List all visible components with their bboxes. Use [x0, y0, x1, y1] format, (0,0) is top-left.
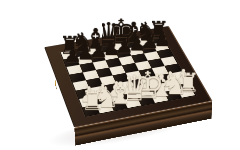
scene: ♜♞♝♛♚♝♞♜♟♟♟♟♟♟♟♟♟♟♟♟♟♟♟♟♜♞♝♛♚♝♞♜ — [0, 0, 240, 150]
chess-board: ♜♞♝♛♚♝♞♜♟♟♟♟♟♟♟♟♟♟♟♟♟♟♟♟♜♞♝♛♚♝♞♜ — [60, 34, 196, 116]
square-h1 — [177, 87, 195, 98]
product-photo: ♜♞♝♛♚♝♞♜♟♟♟♟♟♟♟♟♟♟♟♟♟♟♟♟♜♞♝♛♚♝♞♜ — [0, 0, 240, 150]
